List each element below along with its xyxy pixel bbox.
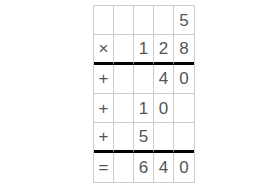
cell-r3c2: [114, 65, 134, 94]
cell-r4c3: 1: [134, 94, 154, 123]
cell-r4c2: [114, 94, 134, 123]
cell-r3c5: 0: [174, 65, 194, 94]
cell-r4c5: [174, 94, 194, 123]
cell-r5c2: [114, 123, 134, 152]
cell-r3c1: +: [94, 65, 114, 94]
cell-r2c2: [114, 35, 134, 64]
long-multiplication-grid: 5×128+40+10+5=640: [93, 5, 195, 183]
cell-r4c4: 0: [154, 94, 174, 123]
cell-r3c4: 4: [154, 65, 174, 94]
cell-r1c2: [114, 6, 134, 35]
cell-r5c1: +: [94, 123, 114, 152]
cell-r5c5: [174, 123, 194, 152]
cell-r4c1: +: [94, 94, 114, 123]
cell-r3c3: [134, 65, 154, 94]
cell-r2c3: 1: [134, 35, 154, 64]
cell-r1c5: 5: [174, 6, 194, 35]
cell-r6c1: =: [94, 153, 114, 182]
cell-r1c3: [134, 6, 154, 35]
cell-r6c4: 4: [154, 153, 174, 182]
cell-r6c3: 6: [134, 153, 154, 182]
cell-r6c5: 0: [174, 153, 194, 182]
cell-r2c1: ×: [94, 35, 114, 64]
cell-r2c4: 2: [154, 35, 174, 64]
worksheet-canvas: 5×128+40+10+5=640: [0, 0, 278, 188]
cell-r5c3: 5: [134, 123, 154, 152]
cell-r1c1: [94, 6, 114, 35]
cell-r6c2: [114, 153, 134, 182]
cell-r5c4: [154, 123, 174, 152]
cell-r2c5: 8: [174, 35, 194, 64]
cell-r1c4: [154, 6, 174, 35]
